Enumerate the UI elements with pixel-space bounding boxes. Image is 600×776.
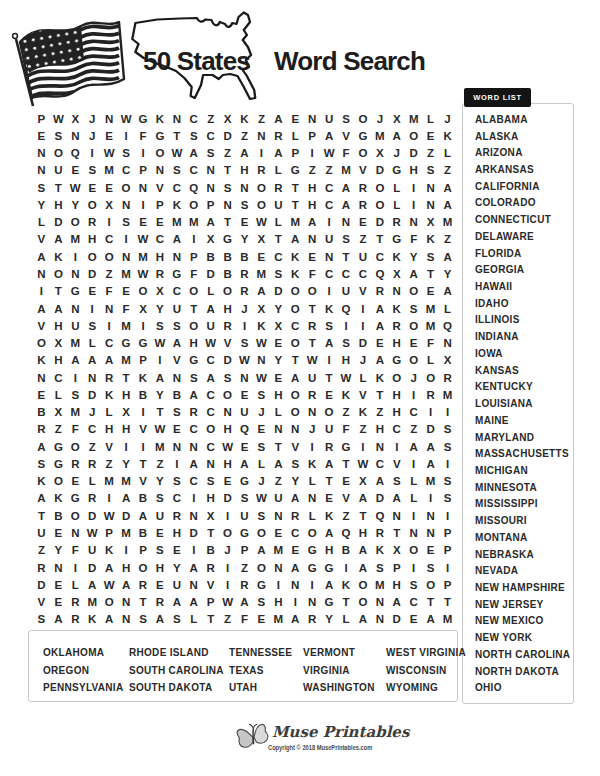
- grid-cell: H: [405, 162, 422, 179]
- grid-cell: H: [338, 352, 355, 369]
- grid-cell: F: [101, 283, 118, 300]
- grid-cell: B: [168, 386, 185, 403]
- grid-cell: A: [422, 611, 439, 628]
- grid-cell: J: [388, 145, 405, 162]
- word-list-item: NEW HAMPSHIRE: [475, 579, 573, 596]
- grid-cell: A: [50, 611, 67, 628]
- grid-cell: T: [202, 611, 219, 628]
- grid-cell: H: [50, 317, 67, 334]
- grid-cell: S: [422, 248, 439, 265]
- grid-cell: C: [202, 404, 219, 421]
- grid-cell: Y: [287, 473, 304, 490]
- grid-cell: W: [202, 334, 219, 351]
- grid-cell: G: [118, 334, 135, 351]
- grid-cell: S: [118, 145, 135, 162]
- grid-cell: I: [321, 283, 338, 300]
- grid-cell: P: [439, 542, 456, 559]
- grid-cell: P: [304, 127, 321, 144]
- grid-cell: I: [354, 300, 371, 317]
- grid-cell: I: [185, 490, 202, 507]
- grid-cell: X: [422, 214, 439, 231]
- grid-cell: I: [67, 369, 84, 386]
- grid-cell: U: [67, 317, 84, 334]
- grid-cell: N: [67, 127, 84, 144]
- grid-cell: A: [321, 524, 338, 541]
- grid-cell: A: [270, 145, 287, 162]
- grid-cell: M: [118, 317, 135, 334]
- grid-cell: E: [168, 542, 185, 559]
- grid-cell: I: [405, 455, 422, 472]
- grid-cell: S: [151, 542, 168, 559]
- grid-cell: E: [287, 542, 304, 559]
- grid-cell: N: [422, 179, 439, 196]
- grid-cell: S: [270, 265, 287, 282]
- word-list-item: ALABAMA: [475, 111, 573, 128]
- grid-cell: Z: [422, 145, 439, 162]
- grid-cell: A: [185, 145, 202, 162]
- grid-cell: H: [388, 334, 405, 351]
- grid-cell: W: [135, 231, 152, 248]
- grid-cell: D: [33, 576, 50, 593]
- grid-cell: N: [202, 179, 219, 196]
- butterfly-icon: [234, 717, 271, 754]
- grid-cell: H: [50, 352, 67, 369]
- grid-cell: Z: [202, 110, 219, 127]
- grid-cell: W: [101, 576, 118, 593]
- grid-cell: A: [388, 593, 405, 610]
- grid-cell: R: [388, 317, 405, 334]
- grid-cell: X: [388, 542, 405, 559]
- grid-cell: A: [270, 110, 287, 127]
- grid-cell: Y: [67, 196, 84, 213]
- grid-cell: A: [321, 127, 338, 144]
- grid-cell: A: [287, 611, 304, 628]
- grid-cell: R: [422, 386, 439, 403]
- grid-cell: Y: [151, 473, 168, 490]
- grid-cell: W: [101, 145, 118, 162]
- grid-cell: W: [84, 524, 101, 541]
- grid-cell: M: [270, 611, 287, 628]
- grid-cell: C: [50, 369, 67, 386]
- grid-cell: N: [371, 438, 388, 455]
- grid-cell: K: [84, 611, 101, 628]
- grid-cell: A: [439, 196, 456, 213]
- grid-cell: D: [371, 490, 388, 507]
- grid-cell: I: [135, 317, 152, 334]
- grid-cell: S: [135, 611, 152, 628]
- grid-cell: C: [168, 179, 185, 196]
- grid-cell: A: [439, 283, 456, 300]
- grid-cell: W: [253, 490, 270, 507]
- grid-cell: I: [84, 300, 101, 317]
- grid-cell: I: [118, 438, 135, 455]
- word-list-item: LOUISIANA: [475, 395, 573, 412]
- grid-cell: K: [422, 231, 439, 248]
- grid-cell: H: [304, 179, 321, 196]
- grid-cell: A: [33, 438, 50, 455]
- grid-cell: I: [219, 576, 236, 593]
- grid-cell: T: [388, 524, 405, 541]
- grid-cell: M: [118, 352, 135, 369]
- grid-cell: C: [185, 473, 202, 490]
- grid-cell: X: [202, 507, 219, 524]
- grid-cell: I: [439, 559, 456, 576]
- grid-cell: E: [253, 611, 270, 628]
- grid-cell: T: [118, 369, 135, 386]
- word-list-item: NORTH CAROLINA: [475, 646, 573, 663]
- grid-cell: L: [185, 611, 202, 628]
- grid-cell: V: [168, 352, 185, 369]
- grid-cell: K: [371, 542, 388, 559]
- grid-cell: K: [168, 196, 185, 213]
- grid-cell: W: [135, 265, 152, 282]
- grid-cell: A: [33, 490, 50, 507]
- grid-cell: T: [185, 300, 202, 317]
- grid-cell: H: [270, 386, 287, 403]
- grid-cell: Z: [338, 507, 355, 524]
- grid-cell: I: [168, 455, 185, 472]
- grid-cell: R: [270, 179, 287, 196]
- grid-cell: J: [253, 473, 270, 490]
- grid-cell: F: [236, 611, 253, 628]
- grid-cell: U: [202, 317, 219, 334]
- grid-cell: W: [354, 455, 371, 472]
- grid-cell: D: [371, 214, 388, 231]
- grid-cell: Z: [439, 162, 456, 179]
- grid-cell: X: [101, 196, 118, 213]
- grid-cell: L: [84, 473, 101, 490]
- grid-cell: D: [405, 145, 422, 162]
- bottom-word-list-item: WEST VIRGINIA: [386, 644, 466, 661]
- grid-cell: S: [321, 317, 338, 334]
- grid-cell: G: [321, 593, 338, 610]
- grid-cell: N: [101, 300, 118, 317]
- grid-cell: O: [50, 265, 67, 282]
- grid-cell: X: [219, 110, 236, 127]
- grid-cell: B: [236, 248, 253, 265]
- grid-cell: U: [304, 369, 321, 386]
- grid-cell: H: [354, 524, 371, 541]
- grid-cell: N: [118, 593, 135, 610]
- grid-cell: H: [151, 248, 168, 265]
- grid-cell: Z: [236, 127, 253, 144]
- word-list-item: MAINE: [475, 412, 573, 429]
- grid-cell: K: [439, 127, 456, 144]
- grid-cell: W: [253, 334, 270, 351]
- grid-cell: T: [270, 231, 287, 248]
- grid-cell: I: [405, 386, 422, 403]
- grid-cell: S: [33, 179, 50, 196]
- bottom-word-list-item: WISCONSIN: [386, 661, 466, 678]
- grid-cell: G: [236, 473, 253, 490]
- grid-cell: I: [67, 248, 84, 265]
- grid-cell: Z: [321, 162, 338, 179]
- grid-cell: X: [388, 265, 405, 282]
- grid-cell: I: [321, 352, 338, 369]
- grid-cell: O: [185, 317, 202, 334]
- grid-cell: U: [270, 490, 287, 507]
- grid-cell: C: [354, 265, 371, 282]
- grid-cell: C: [185, 421, 202, 438]
- grid-cell: N: [388, 507, 405, 524]
- grid-cell: N: [33, 265, 50, 282]
- grid-cell: A: [84, 352, 101, 369]
- grid-cell: O: [253, 524, 270, 541]
- grid-cell: K: [388, 300, 405, 317]
- grid-cell: N: [236, 179, 253, 196]
- grid-cell: S: [202, 473, 219, 490]
- grid-cell: N: [185, 507, 202, 524]
- grid-cell: N: [168, 248, 185, 265]
- word-list-item: NEW MEXICO: [475, 613, 573, 630]
- grid-cell: M: [371, 127, 388, 144]
- grid-cell: N: [439, 334, 456, 351]
- grid-cell: O: [354, 576, 371, 593]
- grid-cell: K: [135, 369, 152, 386]
- grid-cell: L: [388, 179, 405, 196]
- grid-cell: M: [118, 473, 135, 490]
- grid-cell: Q: [338, 524, 355, 541]
- grid-cell: I: [270, 576, 287, 593]
- grid-cell: G: [388, 352, 405, 369]
- grid-cell: A: [304, 214, 321, 231]
- page-title-word-search: Word Search: [274, 46, 425, 77]
- grid-cell: I: [422, 490, 439, 507]
- grid-cell: K: [354, 404, 371, 421]
- grid-cell: N: [33, 162, 50, 179]
- grid-cell: A: [321, 455, 338, 472]
- grid-cell: S: [33, 611, 50, 628]
- grid-cell: E: [321, 386, 338, 403]
- word-list-item: MARYLAND: [475, 429, 573, 446]
- grid-cell: R: [236, 283, 253, 300]
- grid-cell: S: [67, 386, 84, 403]
- grid-cell: W: [236, 352, 253, 369]
- grid-cell: V: [354, 162, 371, 179]
- grid-cell: S: [253, 593, 270, 610]
- grid-cell: Z: [253, 110, 270, 127]
- grid-cell: O: [405, 283, 422, 300]
- grid-cell: K: [33, 352, 50, 369]
- grid-cell: O: [101, 593, 118, 610]
- grid-cell: E: [287, 110, 304, 127]
- grid-cell: A: [287, 369, 304, 386]
- grid-cell: T: [338, 248, 355, 265]
- grid-cell: M: [338, 162, 355, 179]
- grid-cell: E: [422, 283, 439, 300]
- grid-cell: G: [168, 265, 185, 282]
- grid-cell: Z: [50, 421, 67, 438]
- grid-cell: Z: [151, 455, 168, 472]
- grid-cell: F: [304, 265, 321, 282]
- grid-cell: H: [304, 196, 321, 213]
- grid-cell: H: [219, 300, 236, 317]
- grid-cell: H: [84, 231, 101, 248]
- grid-cell: M: [67, 404, 84, 421]
- word-list-header: WORD LIST: [464, 88, 531, 107]
- grid-cell: S: [151, 490, 168, 507]
- word-list-item: INDIANA: [475, 328, 573, 345]
- grid-cell: Z: [101, 265, 118, 282]
- grid-cell: U: [236, 507, 253, 524]
- grid-cell: S: [439, 438, 456, 455]
- grid-cell: Y: [236, 231, 253, 248]
- grid-cell: O: [321, 404, 338, 421]
- grid-cell: Y: [321, 611, 338, 628]
- grid-cell: G: [50, 438, 67, 455]
- grid-cell: L: [101, 404, 118, 421]
- grid-cell: A: [422, 455, 439, 472]
- grid-cell: S: [253, 438, 270, 455]
- grid-cell: S: [287, 455, 304, 472]
- grid-cell: K: [287, 248, 304, 265]
- grid-cell: O: [219, 283, 236, 300]
- grid-cell: O: [422, 576, 439, 593]
- grid-cell: I: [118, 127, 135, 144]
- grid-cell: K: [338, 576, 355, 593]
- grid-cell: Q: [371, 265, 388, 282]
- grid-cell: P: [33, 110, 50, 127]
- grid-cell: K: [101, 542, 118, 559]
- grid-cell: N: [202, 455, 219, 472]
- grid-cell: O: [405, 317, 422, 334]
- grid-cell: I: [304, 145, 321, 162]
- grid-cell: D: [118, 507, 135, 524]
- grid-cell: I: [236, 317, 253, 334]
- grid-cell: E: [338, 473, 355, 490]
- grid-cell: S: [168, 404, 185, 421]
- grid-cell: Z: [304, 162, 321, 179]
- page-title-50-states: 50 States: [143, 46, 250, 77]
- word-list-item: MISSOURI: [475, 512, 573, 529]
- grid-cell: E: [270, 369, 287, 386]
- grid-cell: N: [219, 196, 236, 213]
- grid-cell: P: [135, 162, 152, 179]
- grid-cell: O: [202, 421, 219, 438]
- grid-cell: D: [84, 507, 101, 524]
- grid-cell: W: [151, 421, 168, 438]
- grid-cell: P: [287, 145, 304, 162]
- grid-cell: A: [354, 490, 371, 507]
- grid-cell: M: [101, 162, 118, 179]
- grid-cell: X: [50, 334, 67, 351]
- grid-cell: M: [84, 593, 101, 610]
- grid-cell: T: [135, 593, 152, 610]
- grid-cell: C: [202, 127, 219, 144]
- grid-cell: I: [101, 214, 118, 231]
- grid-cell: V: [338, 490, 355, 507]
- grid-cell: I: [422, 404, 439, 421]
- grid-cell: N: [168, 110, 185, 127]
- grid-cell: O: [33, 334, 50, 351]
- grid-cell: A: [118, 490, 135, 507]
- grid-cell: N: [84, 369, 101, 386]
- grid-cell: B: [202, 542, 219, 559]
- grid-cell: A: [405, 438, 422, 455]
- grid-cell: E: [50, 524, 67, 541]
- word-list-item: KANSAS: [475, 362, 573, 379]
- grid-cell: N: [67, 265, 84, 282]
- grid-cell: A: [388, 490, 405, 507]
- grid-cell: Z: [354, 421, 371, 438]
- grid-cell: J: [253, 404, 270, 421]
- grid-cell: O: [405, 127, 422, 144]
- grid-cell: S: [168, 317, 185, 334]
- grid-cell: T: [422, 265, 439, 282]
- grid-cell: M: [270, 542, 287, 559]
- word-list-item: FLORIDA: [475, 245, 573, 262]
- grid-cell: O: [118, 179, 135, 196]
- grid-cell: R: [185, 404, 202, 421]
- grid-cell: O: [253, 559, 270, 576]
- grid-cell: J: [371, 110, 388, 127]
- word-list-item: NEBRASKA: [475, 546, 573, 563]
- grid-cell: Z: [439, 231, 456, 248]
- grid-cell: F: [67, 542, 84, 559]
- grid-cell: M: [405, 110, 422, 127]
- word-list-item: KENTUCKY: [475, 379, 573, 396]
- grid-cell: N: [405, 214, 422, 231]
- grid-cell: Z: [84, 438, 101, 455]
- grid-cell: N: [304, 593, 321, 610]
- grid-cell: K: [101, 386, 118, 403]
- grid-cell: L: [439, 145, 456, 162]
- grid-cell: V: [287, 438, 304, 455]
- grid-cell: H: [388, 404, 405, 421]
- grid-cell: N: [388, 283, 405, 300]
- grid-cell: J: [405, 369, 422, 386]
- grid-cell: S: [388, 473, 405, 490]
- grid-cell: C: [321, 196, 338, 213]
- grid-cell: O: [101, 248, 118, 265]
- grid-cell: O: [287, 386, 304, 403]
- grid-cell: M: [135, 248, 152, 265]
- grid-cell: U: [321, 110, 338, 127]
- grid-cell: U: [270, 196, 287, 213]
- grid-cell: T: [287, 179, 304, 196]
- grid-cell: E: [151, 214, 168, 231]
- grid-cell: V: [338, 127, 355, 144]
- grid-cell: X: [135, 300, 152, 317]
- grid-cell: A: [287, 559, 304, 576]
- grid-cell: O: [219, 386, 236, 403]
- grid-cell: U: [168, 576, 185, 593]
- grid-cell: O: [405, 542, 422, 559]
- grid-cell: J: [219, 542, 236, 559]
- grid-cell: R: [439, 369, 456, 386]
- grid-cell: I: [439, 455, 456, 472]
- grid-cell: T: [439, 593, 456, 610]
- grid-cell: E: [304, 248, 321, 265]
- grid-cell: T: [50, 179, 67, 196]
- grid-cell: I: [118, 231, 135, 248]
- grid-cell: I: [388, 438, 405, 455]
- grid-cell: Z: [270, 473, 287, 490]
- grid-cell: C: [84, 421, 101, 438]
- grid-cell: I: [135, 196, 152, 213]
- grid-cell: A: [202, 369, 219, 386]
- grid-cell: G: [304, 559, 321, 576]
- grid-cell: O: [67, 214, 84, 231]
- grid-cell: P: [135, 542, 152, 559]
- grid-cell: R: [135, 576, 152, 593]
- grid-cell: T: [422, 593, 439, 610]
- grid-cell: R: [33, 421, 50, 438]
- grid-cell: N: [185, 576, 202, 593]
- grid-cell: K: [33, 473, 50, 490]
- grid-cell: I: [439, 404, 456, 421]
- word-list-item: IDAHO: [475, 295, 573, 312]
